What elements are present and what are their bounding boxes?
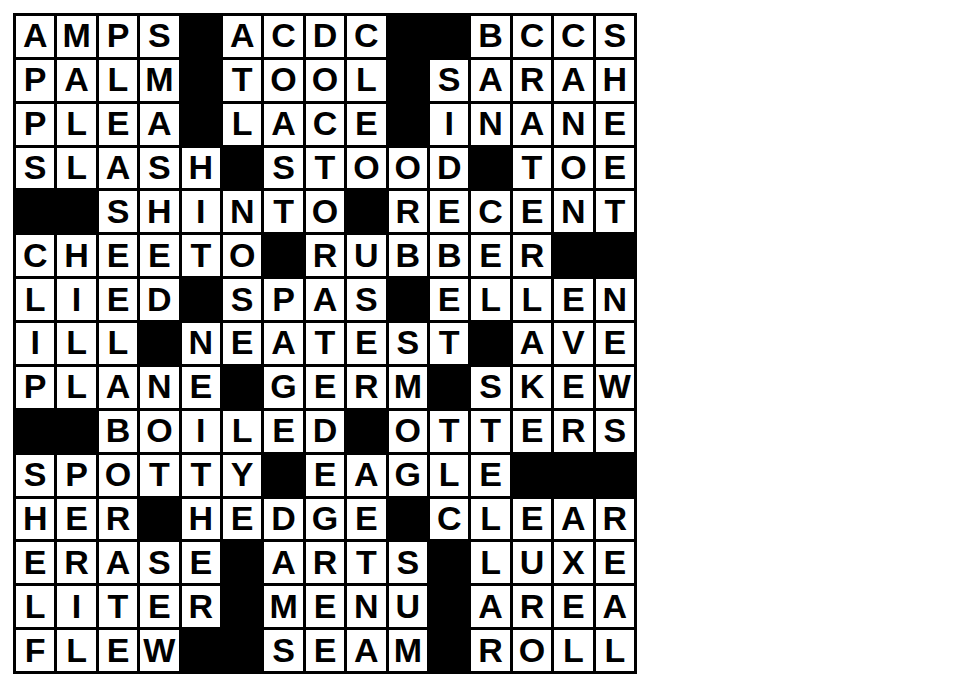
cell-r13c10[interactable]: S [389, 542, 427, 583]
cell-r3c14[interactable]: N [554, 104, 592, 145]
cell-r1c4[interactable]: S [140, 16, 178, 57]
cell-r12c8[interactable]: G [306, 499, 344, 540]
cell-letter: I [196, 413, 205, 447]
block-r2c5 [182, 60, 220, 101]
cell-letter: N [478, 106, 503, 140]
cell-r7c13[interactable]: L [513, 279, 551, 320]
cell-letter: K [520, 369, 545, 403]
cell-r8c5[interactable]: N [182, 323, 220, 364]
cell-letter: O [312, 194, 338, 228]
cell-r5c3[interactable]: S [99, 191, 137, 232]
cell-r3c9[interactable]: E [347, 104, 385, 145]
cell-r5c7[interactable]: T [264, 191, 302, 232]
cell-r12c13[interactable]: E [513, 499, 551, 540]
cell-letter: L [66, 325, 87, 359]
cell-letter: P [24, 62, 47, 96]
cell-r2c15[interactable]: H [596, 60, 634, 101]
cell-r10c13[interactable]: E [513, 411, 551, 452]
cell-letter: O [560, 150, 586, 184]
cell-r4c8[interactable]: T [306, 148, 344, 189]
block-r15c6 [223, 630, 261, 671]
cell-r2c3[interactable]: L [99, 60, 137, 101]
cell-r15c4[interactable]: W [140, 630, 178, 671]
cell-r10c12[interactable]: T [471, 411, 509, 452]
cell-letter: L [522, 282, 543, 316]
cell-letter: L [356, 62, 377, 96]
block-r8c4 [140, 323, 178, 364]
cell-r4c11[interactable]: D [430, 148, 468, 189]
cell-r15c1[interactable]: F [16, 630, 54, 671]
cell-letter: E [189, 545, 212, 579]
cell-r9c2[interactable]: L [57, 367, 95, 408]
cell-r14c13[interactable]: R [513, 586, 551, 627]
cell-letter: E [521, 501, 544, 535]
cell-r12c5[interactable]: H [182, 499, 220, 540]
cell-r14c15[interactable]: A [596, 586, 634, 627]
block-r6c15 [596, 235, 634, 276]
cell-r1c2[interactable]: M [57, 16, 95, 57]
block-r7c5 [182, 279, 220, 320]
cell-r6c11[interactable]: B [430, 235, 468, 276]
cell-letter: C [520, 18, 545, 52]
cell-r12c12[interactable]: L [471, 499, 509, 540]
cell-r14c10[interactable]: U [389, 586, 427, 627]
cell-r3c4[interactable]: A [140, 104, 178, 145]
cell-letter: G [395, 457, 421, 491]
cell-r11c1[interactable]: S [16, 455, 54, 496]
cell-r7c3[interactable]: E [99, 279, 137, 320]
cell-r7c7[interactable]: P [264, 279, 302, 320]
cell-r9c12[interactable]: S [471, 367, 509, 408]
block-r14c6 [223, 586, 261, 627]
cell-r9c4[interactable]: N [140, 367, 178, 408]
cell-r3c3[interactable]: E [99, 104, 137, 145]
cell-letter: S [148, 18, 171, 52]
cell-r13c12[interactable]: L [471, 542, 509, 583]
cell-r11c4[interactable]: T [140, 455, 178, 496]
cell-r7c4[interactable]: D [140, 279, 178, 320]
cell-r5c13[interactable]: E [513, 191, 551, 232]
cell-letter: C [478, 194, 503, 228]
cell-letter: C [271, 18, 296, 52]
cell-r1c7[interactable]: C [264, 16, 302, 57]
cell-r10c15[interactable]: S [596, 411, 634, 452]
cell-r10c7[interactable]: E [264, 411, 302, 452]
cell-letter: L [66, 106, 87, 140]
cell-letter: O [519, 633, 545, 667]
cell-letter: D [147, 282, 172, 316]
cell-letter: O [105, 457, 131, 491]
cell-r5c5[interactable]: I [182, 191, 220, 232]
cell-r6c6[interactable]: O [223, 235, 261, 276]
cell-r2c9[interactable]: L [347, 60, 385, 101]
cell-r5c15[interactable]: T [596, 191, 634, 232]
cell-letter: E [314, 589, 337, 623]
cell-r10c14[interactable]: R [554, 411, 592, 452]
cell-letter: E [562, 282, 585, 316]
cell-r6c3[interactable]: E [99, 235, 137, 276]
cell-r11c10[interactable]: G [389, 455, 427, 496]
cell-r5c6[interactable]: N [223, 191, 261, 232]
cell-letter: A [561, 62, 586, 96]
cell-r6c8[interactable]: R [306, 235, 344, 276]
cell-letter: M [62, 18, 90, 52]
block-r15c11 [430, 630, 468, 671]
cell-r13c9[interactable]: T [347, 542, 385, 583]
block-r3c5 [182, 104, 220, 145]
cell-letter: L [108, 62, 129, 96]
cell-r12c15[interactable]: R [596, 499, 634, 540]
block-r11c7 [264, 455, 302, 496]
crossword-board: AMPSACDCBCCSPALMTOOLSARAHPLEALACEINANESL… [13, 13, 637, 674]
cell-r1c15[interactable]: S [596, 16, 634, 57]
cell-r11c6[interactable]: Y [223, 455, 261, 496]
cell-r10c3[interactable]: B [99, 411, 137, 452]
cell-r14c4[interactable]: E [140, 586, 178, 627]
cell-r2c2[interactable]: A [57, 60, 95, 101]
cell-r9c1[interactable]: P [16, 367, 54, 408]
cell-r5c8[interactable]: O [306, 191, 344, 232]
cell-letter: O [395, 150, 421, 184]
cell-r15c7[interactable]: S [264, 630, 302, 671]
cell-r9c13[interactable]: K [513, 367, 551, 408]
cell-letter: A [106, 150, 131, 184]
cell-letter: M [269, 589, 297, 623]
cell-r5c11[interactable]: E [430, 191, 468, 232]
cell-r4c13[interactable]: T [513, 148, 551, 189]
block-r13c11 [430, 542, 468, 583]
cell-letter: T [190, 457, 211, 491]
cell-r7c8[interactable]: A [306, 279, 344, 320]
cell-letter: T [190, 238, 211, 272]
cell-r9c15[interactable]: W [596, 367, 634, 408]
cell-r4c4[interactable]: S [140, 148, 178, 189]
cell-r4c5[interactable]: H [182, 148, 220, 189]
cell-letter: A [520, 325, 545, 359]
cell-r4c9[interactable]: O [347, 148, 385, 189]
cell-r4c10[interactable]: O [389, 148, 427, 189]
cell-r15c8[interactable]: E [306, 630, 344, 671]
cell-letter: L [480, 282, 501, 316]
cell-r9c14[interactable]: E [554, 367, 592, 408]
cell-letter: E [479, 238, 502, 272]
cell-r5c14[interactable]: N [554, 191, 592, 232]
cell-r4c1[interactable]: S [16, 148, 54, 189]
cell-r3c1[interactable]: P [16, 104, 54, 145]
cell-r1c12[interactable]: B [471, 16, 509, 57]
cell-letter: E [189, 369, 212, 403]
cell-r6c9[interactable]: U [347, 235, 385, 276]
cell-letter: E [521, 194, 544, 228]
cell-letter: L [66, 633, 87, 667]
cell-letter: B [106, 413, 131, 447]
cell-r14c5[interactable]: R [182, 586, 220, 627]
cell-r13c14[interactable]: X [554, 542, 592, 583]
cell-r10c4[interactable]: O [140, 411, 178, 452]
cell-letter: A [230, 18, 255, 52]
cell-r15c13[interactable]: O [513, 630, 551, 671]
cell-r13c13[interactable]: U [513, 542, 551, 583]
cell-letter: C [313, 106, 338, 140]
cell-r2c4[interactable]: M [140, 60, 178, 101]
cell-r9c10[interactable]: M [389, 367, 427, 408]
cell-letter: E [314, 457, 337, 491]
cell-r15c15[interactable]: L [596, 630, 634, 671]
cell-r1c9[interactable]: C [347, 16, 385, 57]
cell-r3c12[interactable]: N [471, 104, 509, 145]
cell-r3c6[interactable]: L [223, 104, 261, 145]
cell-letter: D [271, 501, 296, 535]
cell-letter: T [315, 325, 336, 359]
cell-r8c3[interactable]: L [99, 323, 137, 364]
cell-r2c8[interactable]: O [306, 60, 344, 101]
cell-r9c5[interactable]: E [182, 367, 220, 408]
cell-r6c2[interactable]: H [57, 235, 95, 276]
cell-r11c3[interactable]: O [99, 455, 137, 496]
cell-r10c5[interactable]: I [182, 411, 220, 452]
cell-letter: O [270, 62, 296, 96]
cell-r13c15[interactable]: E [596, 542, 634, 583]
cell-r8c15[interactable]: E [596, 323, 634, 364]
cell-r14c1[interactable]: L [16, 586, 54, 627]
cell-r11c2[interactable]: P [57, 455, 95, 496]
cell-r8c13[interactable]: A [513, 323, 551, 364]
cell-letter: S [272, 633, 295, 667]
cell-r6c5[interactable]: T [182, 235, 220, 276]
cell-letter: T [273, 194, 294, 228]
cell-r6c10[interactable]: B [389, 235, 427, 276]
cell-letter: S [396, 545, 419, 579]
cell-r2c7[interactable]: O [264, 60, 302, 101]
cell-r6c12[interactable]: E [471, 235, 509, 276]
cell-r15c3[interactable]: E [99, 630, 137, 671]
cell-r5c10[interactable]: R [389, 191, 427, 232]
cell-r6c1[interactable]: C [16, 235, 54, 276]
cell-r3c7[interactable]: A [264, 104, 302, 145]
cell-letter: T [439, 413, 460, 447]
block-r5c1 [16, 191, 54, 232]
cell-r5c12[interactable]: C [471, 191, 509, 232]
cell-r1c1[interactable]: A [16, 16, 54, 57]
cell-r7c12[interactable]: L [471, 279, 509, 320]
cell-r13c2[interactable]: R [57, 542, 95, 583]
cell-r11c12[interactable]: E [471, 455, 509, 496]
cell-letter: S [603, 18, 626, 52]
cell-r4c15[interactable]: E [596, 148, 634, 189]
cell-letter: S [107, 194, 130, 228]
cell-letter: L [25, 589, 46, 623]
cell-r8c9[interactable]: E [347, 323, 385, 364]
cell-r14c2[interactable]: I [57, 586, 95, 627]
cell-letter: E [148, 589, 171, 623]
cell-r2c14[interactable]: A [554, 60, 592, 101]
cell-r12c1[interactable]: H [16, 499, 54, 540]
block-r10c1 [16, 411, 54, 452]
cell-r14c3[interactable]: T [99, 586, 137, 627]
cell-letter: R [106, 501, 131, 535]
cell-r3c11[interactable]: I [430, 104, 468, 145]
cell-r3c8[interactable]: C [306, 104, 344, 145]
block-r15c5 [182, 630, 220, 671]
cell-r7c14[interactable]: E [554, 279, 592, 320]
cell-r3c15[interactable]: E [596, 104, 634, 145]
cell-r3c2[interactable]: L [57, 104, 95, 145]
page: AMPSACDCBCCSPALMTOOLSARAHPLEALACEINANESL… [0, 0, 960, 686]
cell-letter: A [354, 633, 379, 667]
cell-r11c5[interactable]: T [182, 455, 220, 496]
cell-r13c1[interactable]: E [16, 542, 54, 583]
cell-r13c7[interactable]: A [264, 542, 302, 583]
cell-r4c3[interactable]: A [99, 148, 137, 189]
cell-letter: O [395, 413, 421, 447]
cell-letter: E [314, 369, 337, 403]
cell-r15c12[interactable]: R [471, 630, 509, 671]
cell-r15c14[interactable]: L [554, 630, 592, 671]
cell-letter: E [355, 501, 378, 535]
cell-letter: S [272, 150, 295, 184]
cell-letter: E [107, 238, 130, 272]
cell-letter: E [272, 413, 295, 447]
cell-r10c11[interactable]: T [430, 411, 468, 452]
block-r1c11 [430, 16, 468, 57]
cell-r4c7[interactable]: S [264, 148, 302, 189]
cell-r12c11[interactable]: C [430, 499, 468, 540]
cell-r12c2[interactable]: E [57, 499, 95, 540]
block-r4c6 [223, 148, 261, 189]
cell-letter: S [355, 282, 378, 316]
cell-r7c6[interactable]: S [223, 279, 261, 320]
cell-letter: R [396, 194, 421, 228]
cell-letter: P [24, 106, 47, 140]
cell-letter: U [354, 238, 379, 272]
block-r2c10 [389, 60, 427, 101]
cell-r1c6[interactable]: A [223, 16, 261, 57]
cell-r6c13[interactable]: R [513, 235, 551, 276]
cell-r7c1[interactable]: L [16, 279, 54, 320]
cell-r11c11[interactable]: L [430, 455, 468, 496]
cell-r2c12[interactable]: A [471, 60, 509, 101]
cell-r2c11[interactable]: S [430, 60, 468, 101]
cell-letter: A [271, 325, 296, 359]
cell-r1c3[interactable]: P [99, 16, 137, 57]
cell-r9c7[interactable]: G [264, 367, 302, 408]
cell-r12c6[interactable]: E [223, 499, 261, 540]
cell-r2c1[interactable]: P [16, 60, 54, 101]
cell-r8c14[interactable]: V [554, 323, 592, 364]
cell-r13c4[interactable]: S [140, 542, 178, 583]
cell-r8c1[interactable]: I [16, 323, 54, 364]
cell-letter: F [25, 633, 46, 667]
cell-letter: A [561, 501, 586, 535]
cell-r8c11[interactable]: T [430, 323, 468, 364]
cell-r2c6[interactable]: T [223, 60, 261, 101]
cell-r14c14[interactable]: E [554, 586, 592, 627]
block-r14c11 [430, 586, 468, 627]
cell-r8c8[interactable]: T [306, 323, 344, 364]
cell-r5c4[interactable]: H [140, 191, 178, 232]
cell-letter: E [603, 545, 626, 579]
cell-r14c8[interactable]: E [306, 586, 344, 627]
block-r3c10 [389, 104, 427, 145]
cell-letter: A [147, 106, 172, 140]
cell-r11c8[interactable]: E [306, 455, 344, 496]
cell-r13c5[interactable]: E [182, 542, 220, 583]
cell-r12c9[interactable]: E [347, 499, 385, 540]
cell-r7c2[interactable]: I [57, 279, 95, 320]
cell-r4c14[interactable]: O [554, 148, 592, 189]
cell-letter: W [143, 633, 175, 667]
cell-letter: N [561, 106, 586, 140]
cell-r14c7[interactable]: M [264, 586, 302, 627]
cell-r14c9[interactable]: N [347, 586, 385, 627]
cell-r1c14[interactable]: C [554, 16, 592, 57]
cell-letter: S [231, 282, 254, 316]
cell-r3c13[interactable]: A [513, 104, 551, 145]
cell-letter: E [438, 194, 461, 228]
cell-letter: R [354, 369, 379, 403]
cell-letter: E [24, 545, 47, 579]
cell-r8c7[interactable]: A [264, 323, 302, 364]
cell-r10c6[interactable]: L [223, 411, 261, 452]
cell-letter: D [437, 150, 462, 184]
cell-r1c13[interactable]: C [513, 16, 551, 57]
cell-letter: B [478, 18, 503, 52]
cell-r12c14[interactable]: A [554, 499, 592, 540]
cell-r8c10[interactable]: S [389, 323, 427, 364]
cell-letter: S [148, 545, 171, 579]
cell-r8c6[interactable]: E [223, 323, 261, 364]
cell-letter: U [396, 589, 421, 623]
cell-letter: T [232, 62, 253, 96]
cell-r12c3[interactable]: R [99, 499, 137, 540]
cell-r10c10[interactable]: O [389, 411, 427, 452]
cell-r7c15[interactable]: N [596, 279, 634, 320]
cell-letter: E [148, 238, 171, 272]
cell-r2c13[interactable]: R [513, 60, 551, 101]
cell-r13c8[interactable]: R [306, 542, 344, 583]
cell-letter: R [189, 589, 214, 623]
cell-r15c9[interactable]: A [347, 630, 385, 671]
cell-r7c11[interactable]: E [430, 279, 468, 320]
cell-r15c10[interactable]: M [389, 630, 427, 671]
block-r9c11 [430, 367, 468, 408]
cell-r12c7[interactable]: D [264, 499, 302, 540]
cell-r8c2[interactable]: L [57, 323, 95, 364]
cell-letter: Y [231, 457, 254, 491]
cell-letter: E [603, 325, 626, 359]
cell-r9c8[interactable]: E [306, 367, 344, 408]
cell-r9c3[interactable]: A [99, 367, 137, 408]
cell-letter: P [272, 282, 295, 316]
cell-letter: L [25, 282, 46, 316]
cell-r9c9[interactable]: R [347, 367, 385, 408]
cell-letter: L [108, 325, 129, 359]
cell-letter: N [561, 194, 586, 228]
cell-r15c2[interactable]: L [57, 630, 95, 671]
cell-letter: U [520, 545, 545, 579]
cell-r1c8[interactable]: D [306, 16, 344, 57]
cell-r13c3[interactable]: A [99, 542, 137, 583]
cell-letter: T [439, 325, 460, 359]
cell-r6c4[interactable]: E [140, 235, 178, 276]
cell-letter: H [189, 150, 214, 184]
cell-r14c12[interactable]: A [471, 586, 509, 627]
cell-r4c2[interactable]: L [57, 148, 95, 189]
cell-r10c8[interactable]: D [306, 411, 344, 452]
cell-letter: D [313, 18, 338, 52]
cell-r11c9[interactable]: A [347, 455, 385, 496]
cell-r7c9[interactable]: S [347, 279, 385, 320]
